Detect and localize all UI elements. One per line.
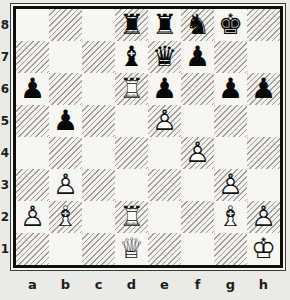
white-pawn-icon: ♟♙ (181, 137, 214, 169)
square-c5[interactable] (82, 105, 115, 137)
square-a6[interactable]: ♟ (16, 73, 49, 105)
file-label-a: a (25, 277, 41, 293)
black-pawn-glyph: ♟ (49, 105, 82, 137)
file-label-c: c (91, 277, 107, 293)
square-c2[interactable] (82, 201, 115, 233)
square-c6[interactable] (82, 73, 115, 105)
file-label-e: e (157, 277, 173, 293)
white-bishop-glyph: ♗ (49, 201, 82, 233)
white-queen-glyph: ♕ (115, 233, 148, 265)
square-h2[interactable]: ♟♙ (247, 201, 280, 233)
white-pawn-icon: ♟♙ (247, 201, 280, 233)
black-pawn-icon: ♟ (16, 73, 49, 105)
board-frame: ♜♜♞♚♝♛♟♟♜♖♟♟♟♟♟♙♟♙♟♙♟♙♟♙♝♗♜♖♝♗♟♙♛♕♚♔ (10, 3, 286, 271)
black-king-glyph: ♚ (214, 9, 247, 41)
square-f4[interactable]: ♟♙ (181, 137, 214, 169)
white-bishop-icon: ♝♗ (214, 201, 247, 233)
black-knight-glyph: ♞ (181, 9, 214, 41)
square-d7[interactable]: ♝ (115, 41, 148, 73)
rank-label-1: 1 (0, 241, 10, 257)
square-b6[interactable] (49, 73, 82, 105)
square-a3[interactable] (16, 169, 49, 201)
black-pawn-glyph: ♟ (16, 73, 49, 105)
white-pawn-icon: ♟♙ (148, 105, 181, 137)
white-king-glyph: ♔ (247, 233, 280, 265)
square-h6[interactable]: ♟ (247, 73, 280, 105)
white-pawn-icon: ♟♙ (49, 169, 82, 201)
black-knight-icon: ♞ (181, 9, 214, 41)
black-rook-icon: ♜ (148, 9, 181, 41)
white-pawn-glyph: ♙ (16, 201, 49, 233)
square-c3[interactable] (82, 169, 115, 201)
black-king-icon: ♚ (214, 9, 247, 41)
square-d1[interactable]: ♛♕ (115, 233, 148, 265)
square-g4[interactable] (214, 137, 247, 169)
square-e5[interactable]: ♟♙ (148, 105, 181, 137)
square-b7[interactable] (49, 41, 82, 73)
white-rook-glyph: ♖ (115, 73, 148, 105)
board-border: ♜♜♞♚♝♛♟♟♜♖♟♟♟♟♟♙♟♙♟♙♟♙♟♙♝♗♜♖♝♗♟♙♛♕♚♔ (13, 6, 283, 268)
rank-label-5: 5 (0, 113, 10, 129)
white-rook-icon: ♜♖ (115, 201, 148, 233)
file-label-d: d (124, 277, 140, 293)
square-f8[interactable]: ♞ (181, 9, 214, 41)
square-g3[interactable]: ♟♙ (214, 169, 247, 201)
square-f7[interactable]: ♟ (181, 41, 214, 73)
square-b2[interactable]: ♝♗ (49, 201, 82, 233)
square-g1[interactable] (214, 233, 247, 265)
square-g8[interactable]: ♚ (214, 9, 247, 41)
square-g2[interactable]: ♝♗ (214, 201, 247, 233)
square-b1[interactable] (49, 233, 82, 265)
square-b5[interactable]: ♟ (49, 105, 82, 137)
black-pawn-icon: ♟ (214, 73, 247, 105)
white-pawn-glyph: ♙ (49, 169, 82, 201)
square-f6[interactable] (181, 73, 214, 105)
square-e7[interactable]: ♛ (148, 41, 181, 73)
square-h3[interactable] (247, 169, 280, 201)
black-rook-glyph: ♜ (148, 9, 181, 41)
black-queen-glyph: ♛ (148, 41, 181, 73)
rank-label-7: 7 (0, 49, 10, 65)
black-pawn-glyph: ♟ (148, 73, 181, 105)
black-pawn-icon: ♟ (49, 105, 82, 137)
square-b4[interactable] (49, 137, 82, 169)
board: ♜♜♞♚♝♛♟♟♜♖♟♟♟♟♟♙♟♙♟♙♟♙♟♙♝♗♜♖♝♗♟♙♛♕♚♔ (16, 9, 280, 265)
square-g5[interactable] (214, 105, 247, 137)
black-pawn-glyph: ♟ (214, 73, 247, 105)
file-label-h: h (256, 277, 272, 293)
square-e2[interactable] (148, 201, 181, 233)
square-g7[interactable] (214, 41, 247, 73)
square-d3[interactable] (115, 169, 148, 201)
black-pawn-icon: ♟ (247, 73, 280, 105)
square-h4[interactable] (247, 137, 280, 169)
square-b8[interactable] (49, 9, 82, 41)
square-a2[interactable]: ♟♙ (16, 201, 49, 233)
rank-label-8: 8 (0, 17, 10, 33)
square-e4[interactable] (148, 137, 181, 169)
square-c7[interactable] (82, 41, 115, 73)
square-g6[interactable]: ♟ (214, 73, 247, 105)
square-f2[interactable] (181, 201, 214, 233)
square-h8[interactable] (247, 9, 280, 41)
rank-label-2: 2 (0, 209, 10, 225)
black-pawn-glyph: ♟ (247, 73, 280, 105)
square-h1[interactable]: ♚♔ (247, 233, 280, 265)
square-d2[interactable]: ♜♖ (115, 201, 148, 233)
square-c8[interactable] (82, 9, 115, 41)
square-e1[interactable] (148, 233, 181, 265)
black-pawn-icon: ♟ (181, 41, 214, 73)
square-e6[interactable]: ♟ (148, 73, 181, 105)
black-rook-icon: ♜ (115, 9, 148, 41)
square-h7[interactable] (247, 41, 280, 73)
black-rook-glyph: ♜ (115, 9, 148, 41)
black-pawn-icon: ♟ (148, 73, 181, 105)
square-a8[interactable] (16, 9, 49, 41)
square-d4[interactable] (115, 137, 148, 169)
white-rook-icon: ♜♖ (115, 73, 148, 105)
white-bishop-glyph: ♗ (214, 201, 247, 233)
square-c1[interactable] (82, 233, 115, 265)
white-pawn-icon: ♟♙ (214, 169, 247, 201)
rank-label-4: 4 (0, 145, 10, 161)
black-bishop-icon: ♝ (115, 41, 148, 73)
square-a4[interactable] (16, 137, 49, 169)
square-a1[interactable] (16, 233, 49, 265)
white-pawn-icon: ♟♙ (16, 201, 49, 233)
square-b3[interactable]: ♟♙ (49, 169, 82, 201)
white-pawn-glyph: ♙ (181, 137, 214, 169)
black-bishop-glyph: ♝ (115, 41, 148, 73)
square-a5[interactable] (16, 105, 49, 137)
square-d5[interactable] (115, 105, 148, 137)
square-c4[interactable] (82, 137, 115, 169)
white-bishop-icon: ♝♗ (49, 201, 82, 233)
white-pawn-glyph: ♙ (148, 105, 181, 137)
black-queen-icon: ♛ (148, 41, 181, 73)
white-rook-glyph: ♖ (115, 201, 148, 233)
white-queen-icon: ♛♕ (115, 233, 148, 265)
square-f1[interactable] (181, 233, 214, 265)
square-d8[interactable]: ♜ (115, 9, 148, 41)
file-label-g: g (223, 277, 239, 293)
square-f3[interactable] (181, 169, 214, 201)
black-pawn-glyph: ♟ (181, 41, 214, 73)
square-a7[interactable] (16, 41, 49, 73)
white-pawn-glyph: ♙ (247, 201, 280, 233)
file-label-f: f (190, 277, 206, 293)
white-king-icon: ♚♔ (247, 233, 280, 265)
rank-label-6: 6 (0, 81, 10, 97)
square-d6[interactable]: ♜♖ (115, 73, 148, 105)
file-label-b: b (58, 277, 74, 293)
chess-diagram-page: 87654321 abcdefgh ♜♜♞♚♝♛♟♟♜♖♟♟♟♟♟♙♟♙♟♙♟♙… (0, 0, 290, 300)
square-e3[interactable] (148, 169, 181, 201)
square-h5[interactable] (247, 105, 280, 137)
white-pawn-glyph: ♙ (214, 169, 247, 201)
square-e8[interactable]: ♜ (148, 9, 181, 41)
square-f5[interactable] (181, 105, 214, 137)
rank-label-3: 3 (0, 177, 10, 193)
